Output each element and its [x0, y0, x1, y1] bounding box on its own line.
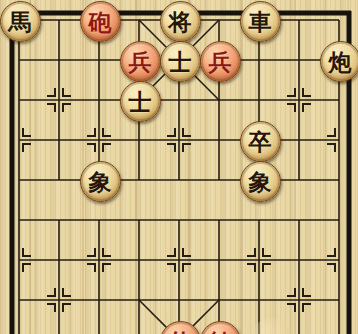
piece-red-cannon[interactable]: 砲: [80, 1, 121, 42]
piece-black-horse[interactable]: 馬: [0, 1, 41, 42]
piece-black-general[interactable]: 将: [160, 1, 201, 42]
piece-glyph: 卒: [249, 130, 272, 153]
piece-glyph: 帥: [209, 330, 232, 334]
piece-glyph: 車: [249, 10, 272, 33]
piece-glyph: 仕: [169, 330, 192, 334]
piece-glyph: 兵: [129, 50, 152, 73]
piece-black-elephant-2[interactable]: 象: [240, 161, 281, 202]
piece-red-soldier-2[interactable]: 兵: [200, 41, 241, 82]
piece-black-chariot[interactable]: 車: [240, 1, 281, 42]
piece-glyph: 象: [249, 170, 272, 193]
piece-glyph: 士: [169, 50, 192, 73]
piece-red-soldier-1[interactable]: 兵: [120, 41, 161, 82]
piece-glyph: 馬: [9, 10, 32, 33]
xiangqi-board[interactable]: 馬砲将車兵士兵炮士卒象象仕帥: [0, 0, 358, 334]
piece-glyph: 士: [129, 90, 152, 113]
screenshot-root: 馬砲将車兵士兵炮士卒象象仕帥: [0, 0, 358, 334]
piece-glyph: 象: [89, 170, 112, 193]
piece-black-soldier[interactable]: 卒: [240, 121, 281, 162]
piece-glyph: 炮: [329, 50, 352, 73]
piece-black-advisor-1[interactable]: 士: [160, 41, 201, 82]
piece-black-advisor-2[interactable]: 士: [120, 81, 161, 122]
piece-glyph: 将: [169, 10, 192, 33]
piece-black-elephant-1[interactable]: 象: [80, 161, 121, 202]
piece-glyph: 兵: [209, 50, 232, 73]
piece-black-cannon[interactable]: 炮: [320, 41, 358, 82]
piece-glyph: 砲: [89, 10, 112, 33]
